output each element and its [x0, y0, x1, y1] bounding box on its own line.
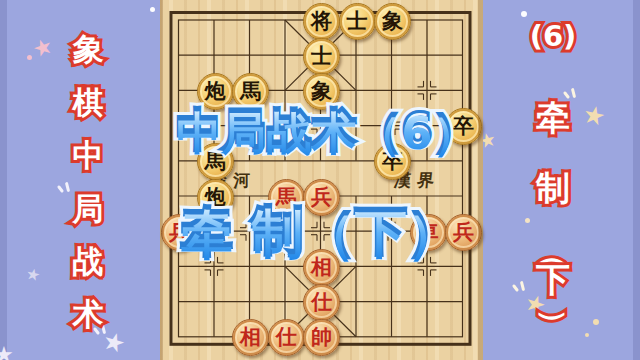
- left-banner-char: 棋: [73, 87, 104, 118]
- right-banner-item: 牵: [536, 100, 570, 134]
- dot-icon: [521, 11, 527, 17]
- left-banner-char: 战: [73, 246, 104, 277]
- board-panel: 楚河 漢界 将士象士炮馬象卒馬卒炮馬兵兵車兵相仕相仕帥: [160, 0, 483, 360]
- left-banner-char: 象: [73, 34, 104, 65]
- star-icon: [581, 101, 608, 130]
- piece-black-士[interactable]: 士: [303, 38, 340, 75]
- sparkle-icon: [513, 281, 527, 293]
- star-icon: [24, 266, 41, 285]
- dot-icon: [585, 333, 589, 337]
- right-banner-item: (6): [530, 22, 577, 51]
- star-icon: [30, 34, 56, 61]
- dot-icon: [525, 218, 530, 223]
- overlay-title-line2: 牵 制（下）: [181, 204, 459, 264]
- video-thumbnail-frame: 楚河 漢界 将士象士炮馬象卒馬卒炮馬兵兵車兵相仕相仕帥 中局战术（6） 牵 制（…: [0, 0, 640, 360]
- right-banner-text: ）: [539, 309, 568, 338]
- overlay-title-line2-text: 牵 制（下）: [181, 204, 459, 264]
- left-banner-char: 局: [73, 193, 104, 224]
- right-banner-text: 牵: [536, 100, 570, 134]
- sparkle-icon: [58, 182, 72, 194]
- piece-black-象[interactable]: 象: [374, 3, 411, 40]
- right-banner-text: 制: [536, 171, 570, 205]
- dot-icon: [27, 55, 32, 60]
- piece-black-将[interactable]: 将: [303, 3, 340, 40]
- right-banner-text: 下: [536, 262, 570, 296]
- piece-black-士[interactable]: 士: [339, 3, 376, 40]
- left-edge-strip: [0, 0, 7, 360]
- left-banner: 象 棋 中 局 战 术: [73, 34, 104, 330]
- star-icon: [100, 327, 128, 357]
- right-banner-item: 制: [536, 171, 570, 205]
- left-banner-char: 术: [73, 299, 104, 330]
- left-banner-char: 中: [73, 140, 104, 171]
- right-edge-strip: [633, 0, 640, 360]
- right-banner-item: 下: [536, 262, 570, 296]
- right-banner-item: ）: [539, 309, 568, 338]
- overlay-title-line1: 中局战术（6）: [176, 107, 477, 160]
- right-banner-text: (6): [530, 22, 577, 51]
- dot-icon: [593, 319, 599, 325]
- piece-red-仕[interactable]: 仕: [303, 284, 340, 321]
- dot-icon: [150, 7, 155, 12]
- overlay-title-line1-text: 中局战术（6）: [176, 107, 477, 160]
- piece-red-仕[interactable]: 仕: [268, 319, 305, 356]
